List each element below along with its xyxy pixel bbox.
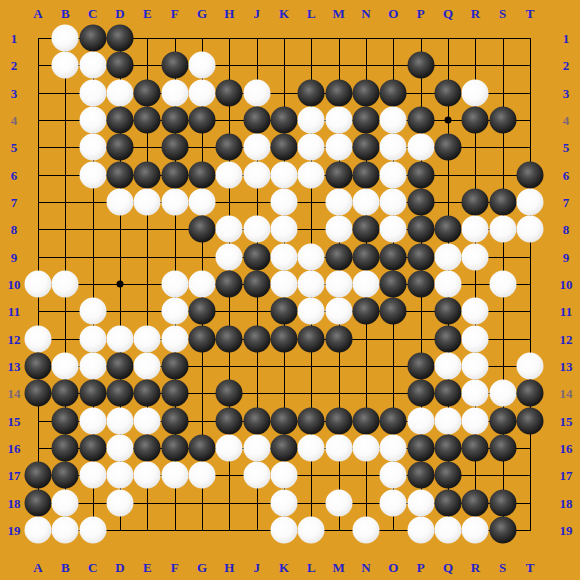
white-stone-N19 bbox=[353, 517, 380, 544]
column-label-top: M bbox=[333, 7, 345, 20]
row-label-right: 18 bbox=[560, 496, 573, 509]
black-stone-S7 bbox=[489, 189, 516, 216]
white-stone-P15 bbox=[407, 407, 434, 434]
white-stone-B19 bbox=[52, 517, 79, 544]
black-stone-S16 bbox=[489, 435, 516, 462]
black-stone-Q14 bbox=[435, 380, 462, 407]
row-label-left: 11 bbox=[8, 305, 20, 318]
row-label-left: 9 bbox=[11, 250, 18, 263]
white-stone-D17 bbox=[107, 462, 134, 489]
white-stone-M18 bbox=[325, 489, 352, 516]
white-stone-G10 bbox=[189, 271, 216, 298]
black-stone-P16 bbox=[407, 435, 434, 462]
column-label-top: G bbox=[197, 7, 207, 20]
column-label-top: L bbox=[307, 7, 316, 20]
row-label-right: 8 bbox=[563, 223, 570, 236]
black-stone-M6 bbox=[325, 161, 352, 188]
column-label-bottom: M bbox=[333, 561, 345, 574]
black-stone-M15 bbox=[325, 407, 352, 434]
white-stone-O4 bbox=[380, 107, 407, 134]
white-stone-P19 bbox=[407, 517, 434, 544]
black-stone-P13 bbox=[407, 353, 434, 380]
white-stone-L11 bbox=[298, 298, 325, 325]
black-stone-J10 bbox=[243, 271, 270, 298]
black-stone-A18 bbox=[25, 489, 52, 516]
black-stone-G11 bbox=[189, 298, 216, 325]
white-stone-O7 bbox=[380, 189, 407, 216]
white-stone-M4 bbox=[325, 107, 352, 134]
white-stone-O18 bbox=[380, 489, 407, 516]
white-stone-R3 bbox=[462, 79, 489, 106]
black-stone-Q17 bbox=[435, 462, 462, 489]
black-stone-J15 bbox=[243, 407, 270, 434]
white-stone-C6 bbox=[79, 161, 106, 188]
white-stone-J3 bbox=[243, 79, 270, 106]
black-stone-D2 bbox=[107, 52, 134, 79]
column-label-top: Q bbox=[443, 7, 453, 20]
black-stone-L3 bbox=[298, 79, 325, 106]
black-stone-K11 bbox=[271, 298, 298, 325]
row-label-left: 2 bbox=[11, 59, 18, 72]
white-stone-O6 bbox=[380, 161, 407, 188]
row-label-right: 10 bbox=[560, 278, 573, 291]
column-label-top: D bbox=[115, 7, 124, 20]
white-stone-J6 bbox=[243, 161, 270, 188]
white-stone-Q13 bbox=[435, 353, 462, 380]
white-stone-Q19 bbox=[435, 517, 462, 544]
white-stone-H6 bbox=[216, 161, 243, 188]
column-label-bottom: K bbox=[279, 561, 289, 574]
white-stone-R8 bbox=[462, 216, 489, 243]
row-label-right: 17 bbox=[560, 469, 573, 482]
column-label-bottom: J bbox=[253, 561, 260, 574]
white-stone-C17 bbox=[79, 462, 106, 489]
white-stone-H9 bbox=[216, 243, 243, 270]
black-stone-D6 bbox=[107, 161, 134, 188]
black-stone-H14 bbox=[216, 380, 243, 407]
row-label-left: 14 bbox=[8, 387, 21, 400]
row-label-left: 3 bbox=[11, 86, 18, 99]
row-label-right: 5 bbox=[563, 141, 570, 154]
black-stone-S18 bbox=[489, 489, 516, 516]
row-label-left: 7 bbox=[11, 196, 18, 209]
white-stone-O17 bbox=[380, 462, 407, 489]
black-stone-N5 bbox=[353, 134, 380, 161]
black-stone-H3 bbox=[216, 79, 243, 106]
white-stone-K8 bbox=[271, 216, 298, 243]
black-stone-Q16 bbox=[435, 435, 462, 462]
white-stone-K18 bbox=[271, 489, 298, 516]
black-stone-R4 bbox=[462, 107, 489, 134]
white-stone-M10 bbox=[325, 271, 352, 298]
row-label-right: 11 bbox=[560, 305, 572, 318]
white-stone-B1 bbox=[52, 25, 79, 52]
star-point bbox=[445, 117, 452, 124]
white-stone-J16 bbox=[243, 435, 270, 462]
white-stone-L4 bbox=[298, 107, 325, 134]
black-stone-P8 bbox=[407, 216, 434, 243]
black-stone-M3 bbox=[325, 79, 352, 106]
row-label-left: 19 bbox=[8, 524, 21, 537]
black-stone-B14 bbox=[52, 380, 79, 407]
white-stone-C13 bbox=[79, 353, 106, 380]
black-stone-Q18 bbox=[435, 489, 462, 516]
column-label-top: O bbox=[388, 7, 398, 20]
black-stone-F2 bbox=[161, 52, 188, 79]
white-stone-M7 bbox=[325, 189, 352, 216]
black-stone-F14 bbox=[161, 380, 188, 407]
black-stone-P2 bbox=[407, 52, 434, 79]
column-label-bottom: C bbox=[88, 561, 97, 574]
white-stone-F7 bbox=[161, 189, 188, 216]
white-stone-C5 bbox=[79, 134, 106, 161]
black-stone-H5 bbox=[216, 134, 243, 161]
row-label-right: 6 bbox=[563, 168, 570, 181]
white-stone-G17 bbox=[189, 462, 216, 489]
white-stone-J17 bbox=[243, 462, 270, 489]
black-stone-S19 bbox=[489, 517, 516, 544]
white-stone-M16 bbox=[325, 435, 352, 462]
white-stone-E13 bbox=[134, 353, 161, 380]
white-stone-E12 bbox=[134, 325, 161, 352]
column-label-top: P bbox=[417, 7, 425, 20]
white-stone-D15 bbox=[107, 407, 134, 434]
black-stone-D13 bbox=[107, 353, 134, 380]
black-stone-C1 bbox=[79, 25, 106, 52]
white-stone-J8 bbox=[243, 216, 270, 243]
white-stone-D7 bbox=[107, 189, 134, 216]
white-stone-B2 bbox=[52, 52, 79, 79]
black-stone-F13 bbox=[161, 353, 188, 380]
black-stone-F16 bbox=[161, 435, 188, 462]
row-label-left: 13 bbox=[8, 360, 21, 373]
white-stone-A19 bbox=[25, 517, 52, 544]
row-label-right: 16 bbox=[560, 442, 573, 455]
black-stone-P14 bbox=[407, 380, 434, 407]
column-label-bottom: N bbox=[361, 561, 370, 574]
white-stone-R9 bbox=[462, 243, 489, 270]
white-stone-B13 bbox=[52, 353, 79, 380]
white-stone-L9 bbox=[298, 243, 325, 270]
column-label-bottom: L bbox=[307, 561, 316, 574]
black-stone-P7 bbox=[407, 189, 434, 216]
black-stone-G6 bbox=[189, 161, 216, 188]
black-stone-E3 bbox=[134, 79, 161, 106]
black-stone-A17 bbox=[25, 462, 52, 489]
black-stone-T15 bbox=[517, 407, 544, 434]
white-stone-M5 bbox=[325, 134, 352, 161]
black-stone-G12 bbox=[189, 325, 216, 352]
row-label-left: 10 bbox=[8, 278, 21, 291]
white-stone-A10 bbox=[25, 271, 52, 298]
black-stone-K15 bbox=[271, 407, 298, 434]
star-point bbox=[117, 281, 124, 288]
column-label-bottom: F bbox=[171, 561, 179, 574]
black-stone-B16 bbox=[52, 435, 79, 462]
column-label-bottom: Q bbox=[443, 561, 453, 574]
black-stone-F15 bbox=[161, 407, 188, 434]
white-stone-K6 bbox=[271, 161, 298, 188]
white-stone-R14 bbox=[462, 380, 489, 407]
white-stone-N7 bbox=[353, 189, 380, 216]
row-label-left: 12 bbox=[8, 332, 21, 345]
black-stone-D1 bbox=[107, 25, 134, 52]
white-stone-G3 bbox=[189, 79, 216, 106]
row-label-left: 17 bbox=[8, 469, 21, 482]
black-stone-E16 bbox=[134, 435, 161, 462]
white-stone-H8 bbox=[216, 216, 243, 243]
white-stone-L6 bbox=[298, 161, 325, 188]
white-stone-F11 bbox=[161, 298, 188, 325]
black-stone-R16 bbox=[462, 435, 489, 462]
black-stone-N15 bbox=[353, 407, 380, 434]
white-stone-C19 bbox=[79, 517, 106, 544]
black-stone-A13 bbox=[25, 353, 52, 380]
white-stone-L19 bbox=[298, 517, 325, 544]
column-label-top: K bbox=[279, 7, 289, 20]
white-stone-R12 bbox=[462, 325, 489, 352]
white-stone-O16 bbox=[380, 435, 407, 462]
white-stone-C3 bbox=[79, 79, 106, 106]
white-stone-S8 bbox=[489, 216, 516, 243]
column-label-bottom: D bbox=[115, 561, 124, 574]
white-stone-R19 bbox=[462, 517, 489, 544]
white-stone-L5 bbox=[298, 134, 325, 161]
white-stone-Q15 bbox=[435, 407, 462, 434]
column-label-bottom: R bbox=[471, 561, 480, 574]
white-stone-R13 bbox=[462, 353, 489, 380]
black-stone-N9 bbox=[353, 243, 380, 270]
white-stone-B18 bbox=[52, 489, 79, 516]
black-stone-Q3 bbox=[435, 79, 462, 106]
white-stone-T7 bbox=[517, 189, 544, 216]
column-label-bottom: G bbox=[197, 561, 207, 574]
white-stone-R11 bbox=[462, 298, 489, 325]
black-stone-H10 bbox=[216, 271, 243, 298]
white-stone-O5 bbox=[380, 134, 407, 161]
row-label-right: 19 bbox=[560, 524, 573, 537]
row-label-right: 9 bbox=[563, 250, 570, 263]
white-stone-M11 bbox=[325, 298, 352, 325]
black-stone-G8 bbox=[189, 216, 216, 243]
row-label-right: 3 bbox=[563, 86, 570, 99]
white-stone-F10 bbox=[161, 271, 188, 298]
black-stone-K4 bbox=[271, 107, 298, 134]
black-stone-O10 bbox=[380, 271, 407, 298]
black-stone-R18 bbox=[462, 489, 489, 516]
white-stone-C4 bbox=[79, 107, 106, 134]
black-stone-K12 bbox=[271, 325, 298, 352]
white-stone-K10 bbox=[271, 271, 298, 298]
column-label-top: H bbox=[224, 7, 234, 20]
white-stone-L16 bbox=[298, 435, 325, 462]
white-stone-T8 bbox=[517, 216, 544, 243]
white-stone-S14 bbox=[489, 380, 516, 407]
black-stone-J9 bbox=[243, 243, 270, 270]
black-stone-B15 bbox=[52, 407, 79, 434]
white-stone-G7 bbox=[189, 189, 216, 216]
black-stone-A14 bbox=[25, 380, 52, 407]
row-label-right: 2 bbox=[563, 59, 570, 72]
white-stone-S10 bbox=[489, 271, 516, 298]
column-label-top: R bbox=[471, 7, 480, 20]
black-stone-T6 bbox=[517, 161, 544, 188]
black-stone-K16 bbox=[271, 435, 298, 462]
black-stone-N6 bbox=[353, 161, 380, 188]
row-label-right: 15 bbox=[560, 414, 573, 427]
white-stone-K17 bbox=[271, 462, 298, 489]
black-stone-M9 bbox=[325, 243, 352, 270]
black-stone-P10 bbox=[407, 271, 434, 298]
row-label-left: 6 bbox=[11, 168, 18, 181]
black-stone-N4 bbox=[353, 107, 380, 134]
white-stone-D12 bbox=[107, 325, 134, 352]
white-stone-C15 bbox=[79, 407, 106, 434]
black-stone-S15 bbox=[489, 407, 516, 434]
row-label-right: 14 bbox=[560, 387, 573, 400]
white-stone-G2 bbox=[189, 52, 216, 79]
column-label-top: T bbox=[526, 7, 535, 20]
black-stone-E4 bbox=[134, 107, 161, 134]
column-label-top: S bbox=[499, 7, 506, 20]
column-label-bottom: O bbox=[388, 561, 398, 574]
black-stone-F6 bbox=[161, 161, 188, 188]
column-label-top: B bbox=[61, 7, 70, 20]
white-stone-P5 bbox=[407, 134, 434, 161]
column-label-top: J bbox=[253, 7, 260, 20]
white-stone-K19 bbox=[271, 517, 298, 544]
white-stone-K9 bbox=[271, 243, 298, 270]
grid-line-vertical bbox=[530, 38, 531, 531]
row-label-left: 1 bbox=[11, 32, 18, 45]
black-stone-C14 bbox=[79, 380, 106, 407]
row-label-left: 5 bbox=[11, 141, 18, 154]
black-stone-K5 bbox=[271, 134, 298, 161]
white-stone-F12 bbox=[161, 325, 188, 352]
black-stone-F4 bbox=[161, 107, 188, 134]
black-stone-R7 bbox=[462, 189, 489, 216]
black-stone-P9 bbox=[407, 243, 434, 270]
row-label-right: 7 bbox=[563, 196, 570, 209]
black-stone-H15 bbox=[216, 407, 243, 434]
black-stone-Q11 bbox=[435, 298, 462, 325]
white-stone-N10 bbox=[353, 271, 380, 298]
black-stone-S4 bbox=[489, 107, 516, 134]
white-stone-J5 bbox=[243, 134, 270, 161]
white-stone-P18 bbox=[407, 489, 434, 516]
black-stone-T14 bbox=[517, 380, 544, 407]
black-stone-N8 bbox=[353, 216, 380, 243]
column-label-bottom: H bbox=[224, 561, 234, 574]
black-stone-Q5 bbox=[435, 134, 462, 161]
black-stone-P4 bbox=[407, 107, 434, 134]
go-board[interactable]: AABBCCDDEEFFGGHHJJKKLLMMNNOOPPQQRRSSTT11… bbox=[0, 0, 580, 580]
row-label-left: 18 bbox=[8, 496, 21, 509]
white-stone-E17 bbox=[134, 462, 161, 489]
black-stone-O3 bbox=[380, 79, 407, 106]
white-stone-H16 bbox=[216, 435, 243, 462]
black-stone-L15 bbox=[298, 407, 325, 434]
row-label-left: 4 bbox=[11, 114, 18, 127]
black-stone-E6 bbox=[134, 161, 161, 188]
row-label-right: 12 bbox=[560, 332, 573, 345]
black-stone-O15 bbox=[380, 407, 407, 434]
black-stone-N11 bbox=[353, 298, 380, 325]
white-stone-E7 bbox=[134, 189, 161, 216]
white-stone-C12 bbox=[79, 325, 106, 352]
row-label-right: 4 bbox=[563, 114, 570, 127]
row-label-left: 16 bbox=[8, 442, 21, 455]
white-stone-O8 bbox=[380, 216, 407, 243]
white-stone-Q9 bbox=[435, 243, 462, 270]
column-label-top: A bbox=[33, 7, 42, 20]
white-stone-L10 bbox=[298, 271, 325, 298]
white-stone-D3 bbox=[107, 79, 134, 106]
black-stone-F5 bbox=[161, 134, 188, 161]
white-stone-F17 bbox=[161, 462, 188, 489]
black-stone-D4 bbox=[107, 107, 134, 134]
white-stone-D18 bbox=[107, 489, 134, 516]
black-stone-G16 bbox=[189, 435, 216, 462]
column-label-bottom: T bbox=[526, 561, 535, 574]
row-label-right: 13 bbox=[560, 360, 573, 373]
black-stone-B17 bbox=[52, 462, 79, 489]
black-stone-D14 bbox=[107, 380, 134, 407]
white-stone-T13 bbox=[517, 353, 544, 380]
black-stone-C16 bbox=[79, 435, 106, 462]
row-label-right: 1 bbox=[563, 32, 570, 45]
white-stone-M8 bbox=[325, 216, 352, 243]
column-label-bottom: P bbox=[417, 561, 425, 574]
black-stone-H12 bbox=[216, 325, 243, 352]
white-stone-C11 bbox=[79, 298, 106, 325]
column-label-bottom: B bbox=[61, 561, 70, 574]
column-label-bottom: S bbox=[499, 561, 506, 574]
black-stone-O9 bbox=[380, 243, 407, 270]
black-stone-M12 bbox=[325, 325, 352, 352]
column-label-top: F bbox=[171, 7, 179, 20]
column-label-top: E bbox=[143, 7, 152, 20]
black-stone-G4 bbox=[189, 107, 216, 134]
row-label-left: 8 bbox=[11, 223, 18, 236]
black-stone-L12 bbox=[298, 325, 325, 352]
white-stone-Q10 bbox=[435, 271, 462, 298]
black-stone-Q12 bbox=[435, 325, 462, 352]
black-stone-N3 bbox=[353, 79, 380, 106]
black-stone-E14 bbox=[134, 380, 161, 407]
black-stone-P17 bbox=[407, 462, 434, 489]
white-stone-E15 bbox=[134, 407, 161, 434]
black-stone-J4 bbox=[243, 107, 270, 134]
white-stone-C2 bbox=[79, 52, 106, 79]
black-stone-J12 bbox=[243, 325, 270, 352]
row-label-left: 15 bbox=[8, 414, 21, 427]
black-stone-O11 bbox=[380, 298, 407, 325]
white-stone-B10 bbox=[52, 271, 79, 298]
column-label-bottom: E bbox=[143, 561, 152, 574]
white-stone-F3 bbox=[161, 79, 188, 106]
column-label-top: N bbox=[361, 7, 370, 20]
white-stone-K7 bbox=[271, 189, 298, 216]
black-stone-P6 bbox=[407, 161, 434, 188]
white-stone-N16 bbox=[353, 435, 380, 462]
column-label-top: C bbox=[88, 7, 97, 20]
white-stone-R15 bbox=[462, 407, 489, 434]
black-stone-Q8 bbox=[435, 216, 462, 243]
white-stone-A12 bbox=[25, 325, 52, 352]
white-stone-D16 bbox=[107, 435, 134, 462]
black-stone-D5 bbox=[107, 134, 134, 161]
